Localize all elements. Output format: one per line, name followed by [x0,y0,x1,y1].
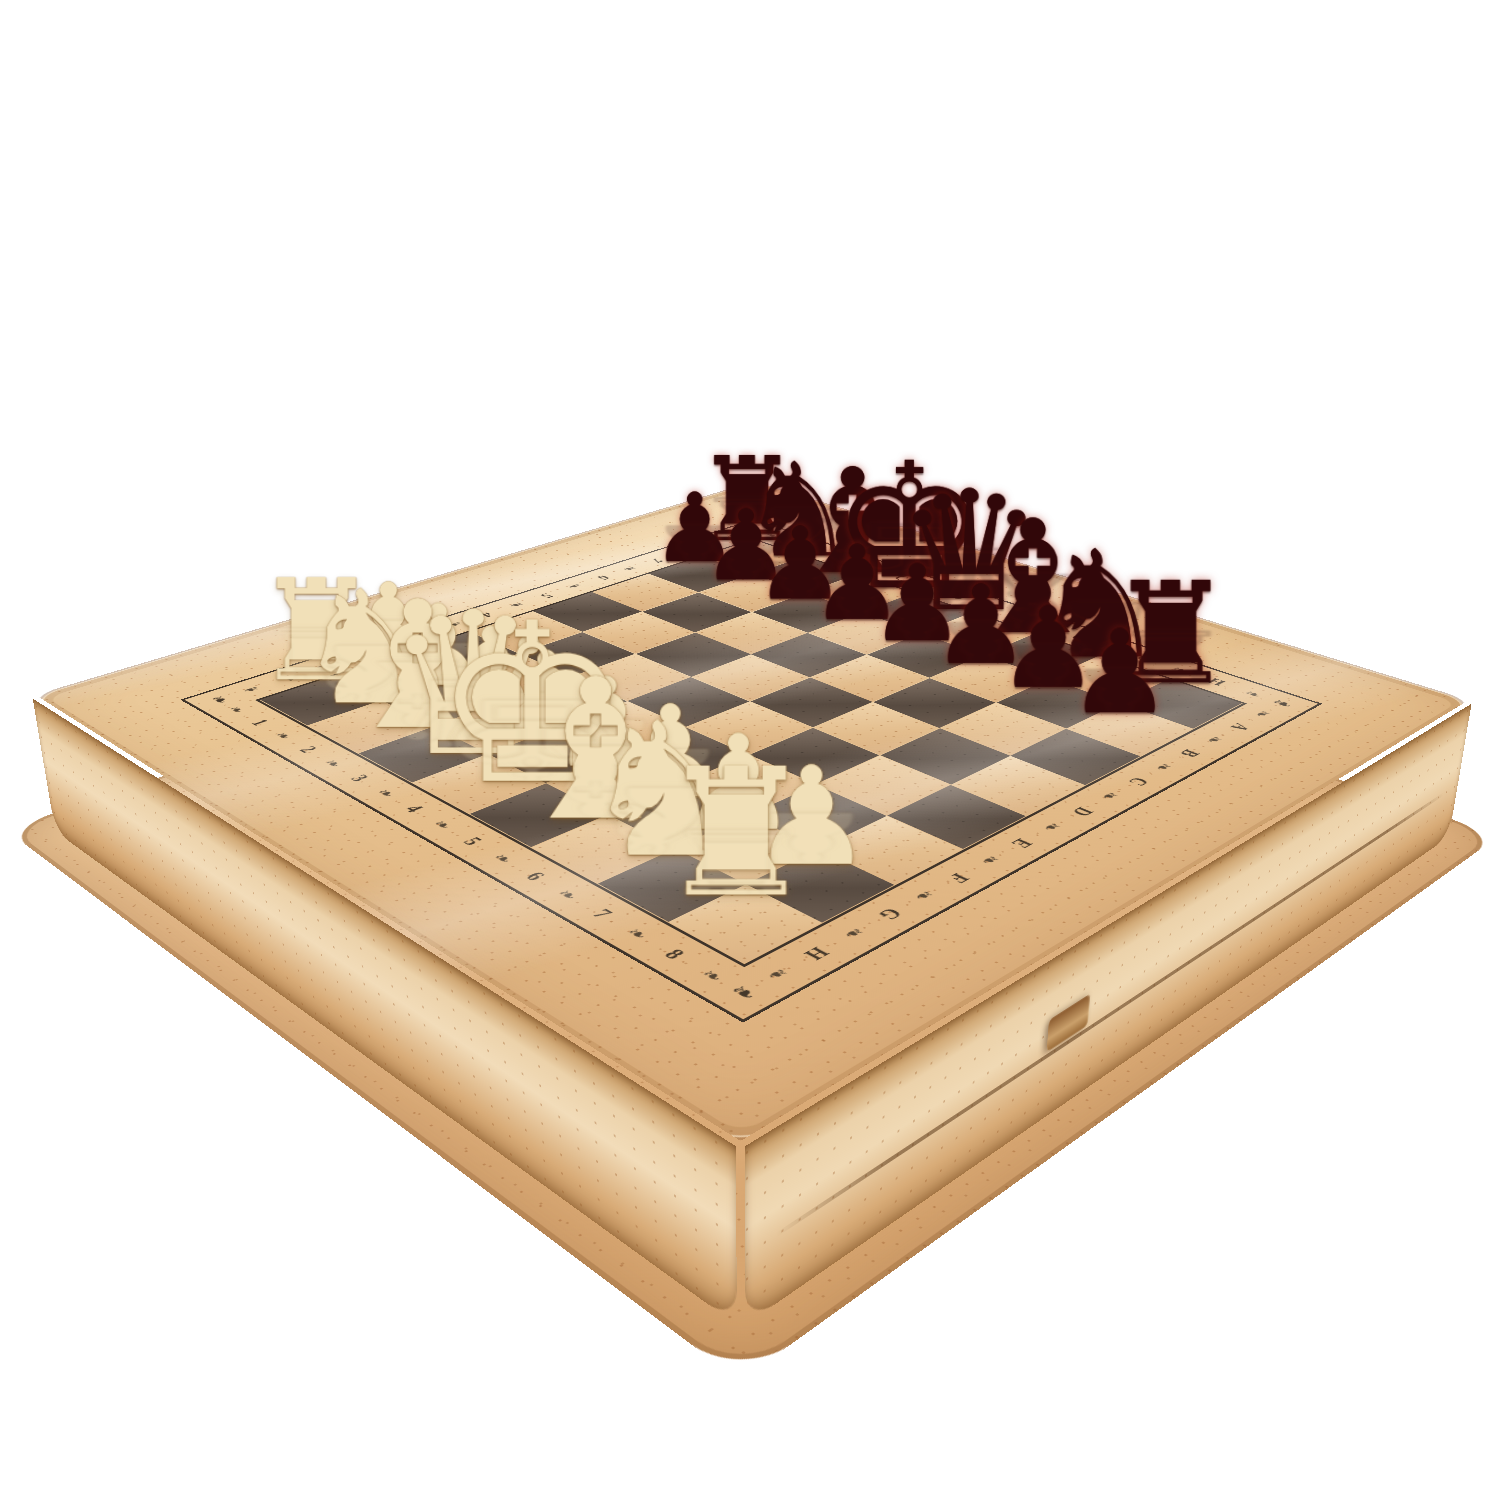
product-photo-scene: ❧ ❧ ❧ ❧ ❧A❧B❧C❧D❧E❧F❧G❧H❧ ❧1❧2❧3❧4❧5❧6❧7… [0,0,1500,1500]
scroll-ornament: ❧ [1037,820,1069,834]
scroll-ornament: ❧ [427,817,458,831]
coordinate-label-C: C [1122,775,1152,788]
coordinate-label-D: D [1066,805,1097,819]
coordinate-label-B: B [1176,747,1205,759]
scroll-ornament: ❧ [1095,789,1126,803]
scroll-ornament: ❧ [1149,761,1179,774]
coordinate-label-E: E [1006,836,1037,850]
scroll-ornament: ❧ [974,853,1006,868]
black-pawn-glyph: ♟ [1006,614,1234,730]
scroll-ornament: ❧ [487,851,519,866]
scroll-ornament: ❧ [223,704,251,715]
scroll-ornament: ❧ [837,925,871,943]
white-rook-glyph: ♜ [597,745,875,922]
coordinate-label-H: H [799,944,835,963]
coordinate-label-G: G [873,906,908,923]
scroll-ornament: ❧ [1201,734,1230,746]
scroll-ornament: ❧ [371,786,402,799]
coordinate-label-8: 8 [659,946,690,962]
scroll-ornament: ❧ [760,965,796,984]
scroll-ornament: ❧ [552,886,585,902]
scroll-ornament: ❧ [319,757,349,770]
scroll-ornament: ❧ [621,925,656,943]
scroll-ornament: ❧ [269,730,298,742]
coordinate-label-F: F [943,870,974,885]
scroll-ornament: ❧ [1249,708,1277,719]
pieces-layer: ♜♞♝♚♛♝♞♜♟♟♟♟♟♟♟♟♟♟♟♟♟♟♟♟♜♞♝♛♚♝♞♜ [265,540,1238,959]
scroll-ornament: ❧ [908,887,941,904]
